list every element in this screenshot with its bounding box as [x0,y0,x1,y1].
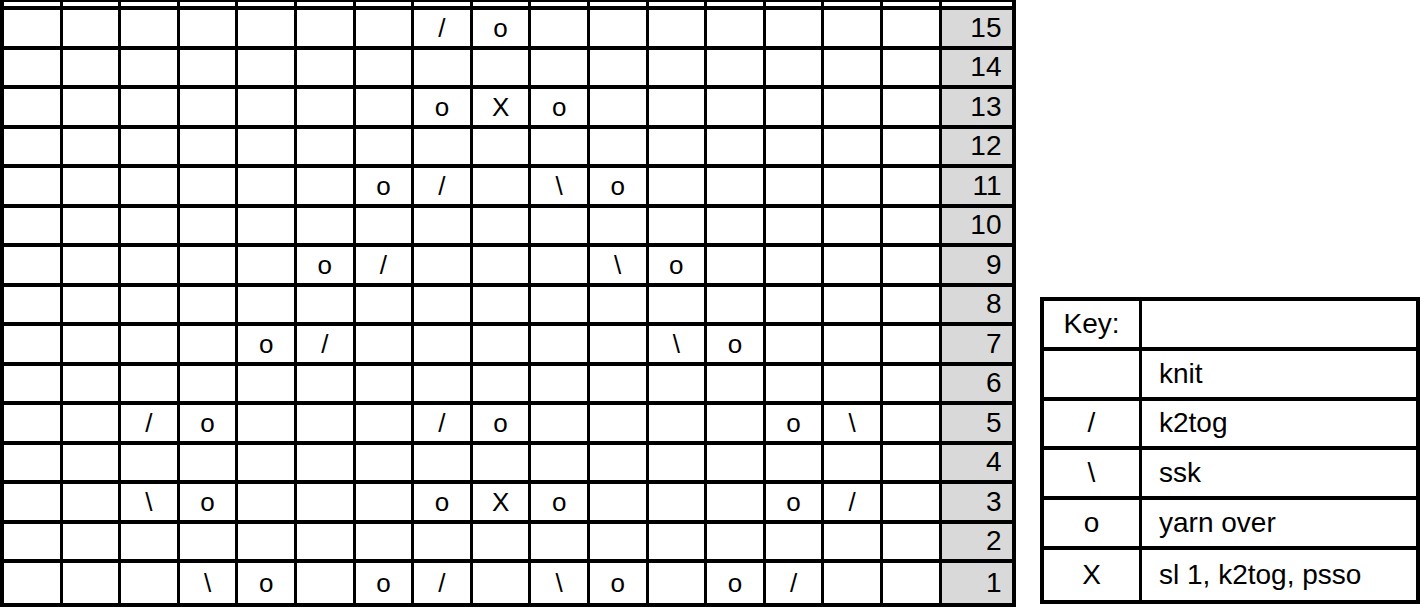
chart-cell-knit [4,247,63,287]
chart-cell-knit [238,168,297,208]
chart-cell-knit [531,445,590,485]
chart-cell-knit [590,484,649,524]
chart-cell-knit [824,89,883,129]
chart-cell-ssk: \ [590,247,649,287]
chart-cell-knit [63,247,122,287]
chart-cell-yarn-over: o [414,484,473,524]
chart-cell-knit [649,10,708,50]
chart-cell-knit [356,89,415,129]
chart-cell-knit [883,326,942,366]
chart-cell-knit [63,484,122,524]
chart-cell-ssk: \ [649,326,708,366]
chart-cell-knit [707,405,766,445]
chart-cell-knit [824,524,883,564]
key-label-yarn-over: yarn over [1142,500,1416,550]
chart-cell-knit [766,247,825,287]
chart-cell-knit [824,366,883,406]
chart-cell-knit [238,89,297,129]
chart-cell-knit [766,208,825,248]
chart-cell-knit [356,50,415,90]
chart-cell-knit [121,563,180,603]
chart-cell-knit [4,208,63,248]
chart-cell-yarn-over: o [590,168,649,208]
chart-cell-k2tog: / [414,405,473,445]
chart-cell-knit [414,129,473,169]
chart-cell-knit [883,89,942,129]
chart-cell-knit [824,50,883,90]
chart-cell-knit [238,10,297,50]
chart-cell-knit [883,366,942,406]
chart-cell-knit [180,10,239,50]
chart-cell-knit [766,129,825,169]
chart-cell-knit [121,129,180,169]
chart-cell-knit [531,10,590,50]
chart-cell-yarn-over: o [238,326,297,366]
chart-cell-knit [649,366,708,406]
chart-cell-knit [824,168,883,208]
chart-cell-knit [649,168,708,208]
chart-cell-knit [4,524,63,564]
row-number-8: 8 [942,287,1012,327]
chart-cell-knit [824,287,883,327]
chart-cell-knit [238,445,297,485]
chart-cell-yarn-over: o [649,247,708,287]
chart-cell-knit [356,10,415,50]
chart-cell-yarn-over: o [414,89,473,129]
chart-cell-knit [590,89,649,129]
chart-cell-yarn-over: o [766,405,825,445]
chart-cell-knit [883,50,942,90]
key-symbol-knit [1044,351,1142,401]
row-number-11: 11 [942,168,1012,208]
chart-cell-knit [824,208,883,248]
chart-cell-knit [121,366,180,406]
chart-cell-knit [297,366,356,406]
chart-cell-knit [356,287,415,327]
key-table: Key: knit/k2tog\sskoyarn overXsl 1, k2to… [1040,297,1420,604]
chart-cell-knit [356,524,415,564]
row-number-5: 5 [942,405,1012,445]
chart-cell-knit [824,247,883,287]
chart-cell-knit [297,208,356,248]
chart-cell-knit [883,405,942,445]
key-symbol-ssk: \ [1044,450,1142,500]
chart-cell-knit [4,10,63,50]
chart-cell-knit [414,208,473,248]
chart-cell-knit [473,168,532,208]
chart-cell-yarn-over: o [473,405,532,445]
chart-cell-knit [4,405,63,445]
chart-cell-knit [766,50,825,90]
chart-cell-knit [473,287,532,327]
key-symbol-yarn-over: o [1044,500,1142,550]
chart-cell-knit [590,366,649,406]
chart-cell-ssk: \ [180,563,239,603]
chart-cell-knit [824,326,883,366]
chart-cell-knit [590,287,649,327]
chart-cell-knit [63,366,122,406]
chart-cell-yarn-over: o [590,563,649,603]
chart-cell-knit [297,50,356,90]
chart-cell-knit [883,445,942,485]
chart-cell-knit [883,484,942,524]
chart-cell-knit [297,287,356,327]
chart-cell-knit [649,208,708,248]
chart-cell-knit [356,129,415,169]
chart-cell-knit [531,208,590,248]
chart-cell-knit [238,208,297,248]
chart-cell-knit [590,10,649,50]
chart-cell-knit [180,247,239,287]
chart-cell-knit [4,50,63,90]
chart-cell-knit [238,366,297,406]
chart-cell-sl1-k2tog-psso: X [473,484,532,524]
chart-cell-knit [414,445,473,485]
chart-cell-knit [590,129,649,169]
chart-cell-knit [707,445,766,485]
row-number-3: 3 [942,484,1012,524]
chart-cell-knit [766,287,825,327]
chart-cell-knit [473,366,532,406]
chart-cell-yarn-over: o [356,563,415,603]
chart-cell-knit [180,89,239,129]
chart-cell-knit [356,208,415,248]
chart-cell-knit [63,445,122,485]
chart-cell-k2tog: / [824,484,883,524]
row-number-14: 14 [942,50,1012,90]
chart-cell-knit [649,50,708,90]
chart-cell-knit [883,208,942,248]
chart-cell-knit [180,208,239,248]
chart-cell-knit [63,287,122,327]
row-number-15: 15 [942,10,1012,50]
key-label-ssk: ssk [1142,450,1416,500]
chart-cell-knit [121,168,180,208]
chart-cell-knit [473,50,532,90]
chart-cell-knit [766,326,825,366]
chart-cell-knit [766,366,825,406]
chart-cell-k2tog: / [414,168,473,208]
chart-cell-knit [649,129,708,169]
chart-cell-knit [121,445,180,485]
chart-cell-knit [356,484,415,524]
chart-cell-knit [414,247,473,287]
chart-cell-knit [473,326,532,366]
chart-cell-knit [649,89,708,129]
row-number-2: 2 [942,524,1012,564]
chart-cell-knit [590,524,649,564]
chart-cell-ssk: \ [531,563,590,603]
chart-cell-knit [180,445,239,485]
chart-cell-knit [356,366,415,406]
chart-cell-knit [824,10,883,50]
chart-cell-knit [883,10,942,50]
chart-cell-knit [63,50,122,90]
chart-cell-knit [707,129,766,169]
chart-cell-knit [356,405,415,445]
chart-cell-knit [473,445,532,485]
chart-cell-knit [883,168,942,208]
chart-cell-knit [414,366,473,406]
chart-cell-knit [531,247,590,287]
chart-cell-knit [531,129,590,169]
chart-cell-knit [531,50,590,90]
chart-cell-knit [531,524,590,564]
chart-cell-knit [121,247,180,287]
chart-cell-knit [883,524,942,564]
chart-cell-knit [121,326,180,366]
chart-cell-knit [766,524,825,564]
row-number-9: 9 [942,247,1012,287]
chart-cell-knit [824,563,883,603]
chart-cell-k2tog: / [414,10,473,50]
chart-cell-knit [297,524,356,564]
chart-cell-knit [4,287,63,327]
chart-cell-knit [824,129,883,169]
chart-cell-knit [238,484,297,524]
chart-cell-knit [63,89,122,129]
chart-cell-knit [180,168,239,208]
chart-cell-yarn-over: o [238,563,297,603]
chart-cell-knit [238,50,297,90]
chart-cell-knit [121,208,180,248]
chart-cell-knit [297,445,356,485]
chart-cell-knit [883,563,942,603]
knitting-chart-grid: /o1514oXo1312o/\o1110o/\o98o/\o76/o/oo\5… [0,6,1016,607]
chart-cell-knit [590,405,649,445]
chart-cell-knit [473,129,532,169]
chart-cell-k2tog: / [414,563,473,603]
chart-cell-knit [414,287,473,327]
chart-cell-knit [531,326,590,366]
chart-cell-yarn-over: o [531,89,590,129]
chart-cell-knit [707,50,766,90]
chart-cell-knit [63,405,122,445]
chart-cell-knit [531,366,590,406]
chart-cell-knit [707,366,766,406]
chart-cell-knit [590,445,649,485]
chart-cell-knit [883,129,942,169]
chart-cell-knit [121,10,180,50]
chart-cell-knit [649,445,708,485]
chart-cell-knit [238,247,297,287]
chart-cell-knit [121,287,180,327]
chart-cell-knit [531,405,590,445]
chart-cell-knit [707,168,766,208]
row-number-1: 1 [942,563,1012,603]
key-label-sl1-k2tog-psso: sl 1, k2tog, psso [1142,550,1416,600]
chart-cell-ssk: \ [824,405,883,445]
chart-cell-knit [414,524,473,564]
chart-cell-knit [297,129,356,169]
chart-cell-knit [473,524,532,564]
key-header: Key: [1044,301,1142,351]
chart-cell-knit [707,247,766,287]
chart-cell-knit [824,445,883,485]
chart-cell-knit [414,50,473,90]
chart-cell-knit [707,208,766,248]
chart-cell-knit [473,563,532,603]
chart-cell-knit [238,524,297,564]
chart-cell-k2tog: / [121,405,180,445]
chart-cell-knit [766,89,825,129]
chart-cell-knit [473,208,532,248]
row-number-13: 13 [942,89,1012,129]
key-symbol-sl1-k2tog-psso: X [1044,550,1142,600]
chart-cell-ssk: \ [531,168,590,208]
chart-cell-knit [297,563,356,603]
chart-cell-knit [649,405,708,445]
chart-cell-knit [649,524,708,564]
chart-cell-knit [649,563,708,603]
chart-cell-knit [238,287,297,327]
chart-cell-knit [180,524,239,564]
key-header-blank [1142,301,1416,351]
chart-cell-knit [766,445,825,485]
chart-cell-knit [590,326,649,366]
chart-cell-knit [297,10,356,50]
chart-cell-knit [180,366,239,406]
chart-cell-knit [297,168,356,208]
chart-cell-knit [649,484,708,524]
row-number-4: 4 [942,445,1012,485]
chart-cell-knit [883,247,942,287]
chart-cell-knit [356,445,415,485]
chart-cell-knit [63,563,122,603]
chart-cell-knit [297,405,356,445]
chart-cell-knit [4,445,63,485]
chart-cell-knit [4,563,63,603]
chart-cell-knit [63,168,122,208]
chart-cell-knit [649,287,708,327]
knitting-chart-page: /o1514oXo1312o/\o1110o/\o98o/\o76/o/oo\5… [0,0,1425,609]
chart-cell-knit [4,484,63,524]
chart-cell-knit [238,129,297,169]
chart-cell-knit [238,405,297,445]
chart-cell-knit [356,326,415,366]
row-number-12: 12 [942,129,1012,169]
chart-cell-sl1-k2tog-psso: X [473,89,532,129]
key-symbol-k2tog: / [1044,401,1142,451]
chart-cell-knit [4,366,63,406]
chart-cell-knit [63,10,122,50]
chart-cell-ssk: \ [121,484,180,524]
chart-cell-knit [4,89,63,129]
chart-cell-knit [4,129,63,169]
chart-cell-knit [531,287,590,327]
chart-cell-knit [590,208,649,248]
key-label-knit: knit [1142,351,1416,401]
chart-cell-yarn-over: o [180,405,239,445]
chart-cell-knit [707,89,766,129]
chart-cell-knit [180,50,239,90]
chart-cell-knit [63,326,122,366]
chart-cell-k2tog: / [766,563,825,603]
chart-cell-knit [63,524,122,564]
row-number-10: 10 [942,208,1012,248]
chart-cell-yarn-over: o [180,484,239,524]
chart-cell-knit [121,50,180,90]
chart-cell-knit [707,10,766,50]
chart-cell-k2tog: / [297,326,356,366]
row-number-7: 7 [942,326,1012,366]
chart-cell-knit [297,89,356,129]
chart-cell-yarn-over: o [707,326,766,366]
chart-cell-knit [297,484,356,524]
chart-cell-knit [180,326,239,366]
chart-cell-knit [63,129,122,169]
chart-cell-knit [63,208,122,248]
chart-cell-knit [707,287,766,327]
chart-cell-knit [707,524,766,564]
chart-cell-knit [590,50,649,90]
chart-cell-yarn-over: o [707,563,766,603]
chart-cell-knit [414,326,473,366]
chart-cell-yarn-over: o [473,10,532,50]
chart-cell-knit [707,484,766,524]
chart-cell-yarn-over: o [766,484,825,524]
chart-cell-yarn-over: o [356,168,415,208]
row-number-6: 6 [942,366,1012,406]
chart-cell-yarn-over: o [531,484,590,524]
chart-cell-knit [180,287,239,327]
chart-cell-knit [121,524,180,564]
chart-cell-knit [4,168,63,208]
chart-cell-yarn-over: o [297,247,356,287]
chart-cell-knit [766,168,825,208]
chart-cell-knit [4,326,63,366]
chart-cell-knit [180,129,239,169]
key-label-k2tog: k2tog [1142,401,1416,451]
chart-cell-knit [121,89,180,129]
chart-cell-knit [883,287,942,327]
chart-cell-knit [766,10,825,50]
chart-cell-knit [473,247,532,287]
chart-cell-k2tog: / [356,247,415,287]
